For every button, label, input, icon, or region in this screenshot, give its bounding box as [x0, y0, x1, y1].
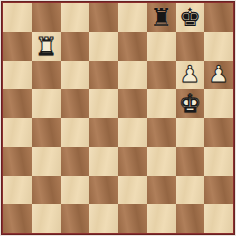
square-a3[interactable] — [3, 147, 32, 176]
square-b6[interactable] — [32, 61, 61, 90]
white-pawn[interactable]: ♟ — [180, 63, 201, 86]
square-d5[interactable] — [89, 89, 118, 118]
square-d4[interactable] — [89, 118, 118, 147]
square-b4[interactable] — [32, 118, 61, 147]
square-h3[interactable] — [204, 147, 233, 176]
square-c2[interactable] — [61, 176, 90, 205]
square-e4[interactable] — [118, 118, 147, 147]
square-b2[interactable] — [32, 176, 61, 205]
square-a6[interactable] — [3, 61, 32, 90]
square-h7[interactable] — [204, 32, 233, 61]
square-h4[interactable] — [204, 118, 233, 147]
square-a8[interactable] — [3, 3, 32, 32]
square-h8[interactable] — [204, 3, 233, 32]
board-frame: ♜♚♜♟♟♚ — [1, 1, 235, 235]
square-f5[interactable] — [147, 89, 176, 118]
square-f1[interactable] — [147, 204, 176, 233]
black-king[interactable]: ♚ — [179, 5, 201, 30]
board-outer-edge: ♜♚♜♟♟♚ — [0, 0, 236, 236]
chess-board: ♜♚♜♟♟♚ — [3, 3, 233, 233]
square-c8[interactable] — [61, 3, 90, 32]
square-a5[interactable] — [3, 89, 32, 118]
square-f8[interactable]: ♜ — [147, 3, 176, 32]
square-a7[interactable] — [3, 32, 32, 61]
square-e3[interactable] — [118, 147, 147, 176]
square-b1[interactable] — [32, 204, 61, 233]
square-d7[interactable] — [89, 32, 118, 61]
square-c6[interactable] — [61, 61, 90, 90]
square-f6[interactable] — [147, 61, 176, 90]
square-h2[interactable] — [204, 176, 233, 205]
square-c5[interactable] — [61, 89, 90, 118]
square-c1[interactable] — [61, 204, 90, 233]
square-e5[interactable] — [118, 89, 147, 118]
square-h5[interactable] — [204, 89, 233, 118]
square-d1[interactable] — [89, 204, 118, 233]
square-a4[interactable] — [3, 118, 32, 147]
square-e1[interactable] — [118, 204, 147, 233]
square-d8[interactable] — [89, 3, 118, 32]
square-g4[interactable] — [176, 118, 205, 147]
square-g3[interactable] — [176, 147, 205, 176]
square-d6[interactable] — [89, 61, 118, 90]
square-f2[interactable] — [147, 176, 176, 205]
square-f3[interactable] — [147, 147, 176, 176]
square-c4[interactable] — [61, 118, 90, 147]
square-h6[interactable]: ♟ — [204, 61, 233, 90]
white-pawn[interactable]: ♟ — [208, 63, 229, 86]
square-g5[interactable]: ♚ — [176, 89, 205, 118]
square-a1[interactable] — [3, 204, 32, 233]
square-g6[interactable]: ♟ — [176, 61, 205, 90]
square-b3[interactable] — [32, 147, 61, 176]
white-king[interactable]: ♚ — [179, 91, 201, 116]
square-b8[interactable] — [32, 3, 61, 32]
square-c3[interactable] — [61, 147, 90, 176]
square-f4[interactable] — [147, 118, 176, 147]
square-d2[interactable] — [89, 176, 118, 205]
square-g2[interactable] — [176, 176, 205, 205]
square-g7[interactable] — [176, 32, 205, 61]
square-c7[interactable] — [61, 32, 90, 61]
square-e6[interactable] — [118, 61, 147, 90]
white-rook[interactable]: ♜ — [35, 34, 57, 59]
square-e8[interactable] — [118, 3, 147, 32]
square-d3[interactable] — [89, 147, 118, 176]
square-b5[interactable] — [32, 89, 61, 118]
black-rook[interactable]: ♜ — [150, 5, 172, 30]
square-e7[interactable] — [118, 32, 147, 61]
square-a2[interactable] — [3, 176, 32, 205]
square-g8[interactable]: ♚ — [176, 3, 205, 32]
square-b7[interactable]: ♜ — [32, 32, 61, 61]
square-g1[interactable] — [176, 204, 205, 233]
square-e2[interactable] — [118, 176, 147, 205]
square-f7[interactable] — [147, 32, 176, 61]
square-h1[interactable] — [204, 204, 233, 233]
